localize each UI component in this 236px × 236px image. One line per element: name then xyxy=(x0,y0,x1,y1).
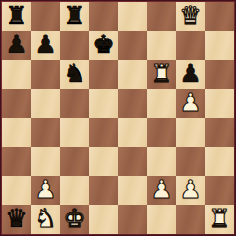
piece-white-rook[interactable]: ♜ xyxy=(150,59,172,88)
square-e4[interactable] xyxy=(118,118,147,147)
square-c6[interactable]: ♞ xyxy=(60,60,89,89)
square-a6[interactable] xyxy=(2,60,31,89)
chess-board: ♜♜♛♟♟♚♞♜♟♟♟♟♟♛♞♚♜ xyxy=(2,2,234,234)
square-h2[interactable] xyxy=(205,176,234,205)
square-b3[interactable] xyxy=(31,147,60,176)
square-e2[interactable] xyxy=(118,176,147,205)
square-g1[interactable] xyxy=(176,205,205,234)
square-b5[interactable] xyxy=(31,89,60,118)
board-frame: ♜♜♛♟♟♚♞♜♟♟♟♟♟♛♞♚♜ xyxy=(0,0,236,236)
square-a3[interactable] xyxy=(2,147,31,176)
square-g5[interactable]: ♟ xyxy=(176,89,205,118)
square-e6[interactable] xyxy=(118,60,147,89)
piece-white-pawn[interactable]: ♟ xyxy=(150,175,172,204)
square-g3[interactable] xyxy=(176,147,205,176)
piece-white-pawn[interactable]: ♟ xyxy=(34,175,56,204)
square-g2[interactable]: ♟ xyxy=(176,176,205,205)
square-a2[interactable] xyxy=(2,176,31,205)
square-d2[interactable] xyxy=(89,176,118,205)
square-g4[interactable] xyxy=(176,118,205,147)
square-e7[interactable] xyxy=(118,31,147,60)
square-c8[interactable]: ♜ xyxy=(60,2,89,31)
square-b6[interactable] xyxy=(31,60,60,89)
piece-black-knight[interactable]: ♞ xyxy=(63,59,85,88)
square-d8[interactable] xyxy=(89,2,118,31)
square-h6[interactable] xyxy=(205,60,234,89)
piece-white-pawn[interactable]: ♟ xyxy=(179,175,201,204)
piece-white-queen[interactable]: ♛ xyxy=(179,1,201,30)
square-c4[interactable] xyxy=(60,118,89,147)
square-a4[interactable] xyxy=(2,118,31,147)
square-e8[interactable] xyxy=(118,2,147,31)
square-b1[interactable]: ♞ xyxy=(31,205,60,234)
piece-white-knight[interactable]: ♞ xyxy=(34,204,56,233)
piece-black-rook[interactable]: ♜ xyxy=(5,1,27,30)
piece-black-king[interactable]: ♚ xyxy=(92,30,114,59)
square-f5[interactable] xyxy=(147,89,176,118)
square-d6[interactable] xyxy=(89,60,118,89)
piece-black-pawn[interactable]: ♟ xyxy=(5,30,27,59)
piece-black-queen[interactable]: ♛ xyxy=(5,204,27,233)
square-a8[interactable]: ♜ xyxy=(2,2,31,31)
square-e5[interactable] xyxy=(118,89,147,118)
square-g8[interactable]: ♛ xyxy=(176,2,205,31)
piece-white-pawn[interactable]: ♟ xyxy=(179,88,201,117)
square-c7[interactable] xyxy=(60,31,89,60)
square-h5[interactable] xyxy=(205,89,234,118)
square-g6[interactable]: ♟ xyxy=(176,60,205,89)
square-d4[interactable] xyxy=(89,118,118,147)
square-h3[interactable] xyxy=(205,147,234,176)
square-f7[interactable] xyxy=(147,31,176,60)
square-b4[interactable] xyxy=(31,118,60,147)
piece-black-pawn[interactable]: ♟ xyxy=(179,59,201,88)
square-f8[interactable] xyxy=(147,2,176,31)
square-f1[interactable] xyxy=(147,205,176,234)
square-d3[interactable] xyxy=(89,147,118,176)
square-h7[interactable] xyxy=(205,31,234,60)
square-b7[interactable]: ♟ xyxy=(31,31,60,60)
square-c2[interactable] xyxy=(60,176,89,205)
square-e3[interactable] xyxy=(118,147,147,176)
square-c5[interactable] xyxy=(60,89,89,118)
piece-white-rook[interactable]: ♜ xyxy=(208,204,230,233)
square-b2[interactable]: ♟ xyxy=(31,176,60,205)
piece-white-king[interactable]: ♚ xyxy=(63,204,85,233)
square-f6[interactable]: ♜ xyxy=(147,60,176,89)
square-e1[interactable] xyxy=(118,205,147,234)
square-a1[interactable]: ♛ xyxy=(2,205,31,234)
square-h4[interactable] xyxy=(205,118,234,147)
square-d1[interactable] xyxy=(89,205,118,234)
square-h8[interactable] xyxy=(205,2,234,31)
square-a5[interactable] xyxy=(2,89,31,118)
square-d5[interactable] xyxy=(89,89,118,118)
square-c1[interactable]: ♚ xyxy=(60,205,89,234)
square-d7[interactable]: ♚ xyxy=(89,31,118,60)
square-f3[interactable] xyxy=(147,147,176,176)
square-f4[interactable] xyxy=(147,118,176,147)
square-c3[interactable] xyxy=(60,147,89,176)
square-h1[interactable]: ♜ xyxy=(205,205,234,234)
square-g7[interactable] xyxy=(176,31,205,60)
piece-black-pawn[interactable]: ♟ xyxy=(34,30,56,59)
piece-black-rook[interactable]: ♜ xyxy=(63,1,85,30)
square-f2[interactable]: ♟ xyxy=(147,176,176,205)
square-b8[interactable] xyxy=(31,2,60,31)
square-a7[interactable]: ♟ xyxy=(2,31,31,60)
